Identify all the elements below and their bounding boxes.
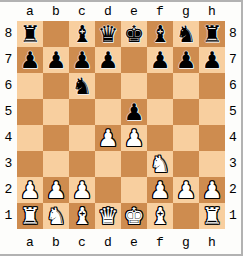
file-label-c-top: c <box>69 5 95 18</box>
piece-white-pawn[interactable]: ♟ <box>95 125 121 151</box>
piece-black-pawn[interactable]: ♟ <box>43 47 69 73</box>
square-a8[interactable]: ♜ <box>17 21 43 47</box>
square-h3[interactable] <box>199 151 225 177</box>
square-c1[interactable]: ♝ <box>69 203 95 229</box>
square-h4[interactable] <box>199 125 225 151</box>
rank-label-4-left: 4 <box>0 125 17 151</box>
file-label-e-top: e <box>121 5 147 18</box>
rank-label-6-left: 6 <box>0 73 17 99</box>
square-h2[interactable]: ♟ <box>199 177 225 203</box>
file-label-e-bottom: e <box>121 236 147 249</box>
square-e1[interactable]: ♚ <box>121 203 147 229</box>
square-e8[interactable]: ♚ <box>121 21 147 47</box>
file-label-g-top: g <box>173 5 199 18</box>
piece-white-pawn[interactable]: ♟ <box>43 177 69 203</box>
piece-black-rook[interactable]: ♜ <box>199 21 225 47</box>
square-b7[interactable]: ♟ <box>43 47 69 73</box>
square-a5[interactable] <box>17 99 43 125</box>
square-g3[interactable] <box>173 151 199 177</box>
square-c8[interactable]: ♝ <box>69 21 95 47</box>
piece-black-pawn[interactable]: ♟ <box>17 47 43 73</box>
piece-black-bishop[interactable]: ♝ <box>69 21 95 47</box>
corner-spacer <box>0 229 17 254</box>
piece-white-queen[interactable]: ♛ <box>95 203 121 229</box>
square-f3[interactable]: ♞ <box>147 151 173 177</box>
square-b8[interactable] <box>43 21 69 47</box>
square-g8[interactable]: ♞ <box>173 21 199 47</box>
square-d5[interactable] <box>95 99 121 125</box>
corner-spacer <box>225 2 241 21</box>
corner-spacer <box>225 229 241 254</box>
square-a6[interactable] <box>17 73 43 99</box>
corner-spacer <box>0 2 17 21</box>
rank-label-6-right: 6 <box>225 73 241 99</box>
square-e5[interactable]: ♟ <box>121 99 147 125</box>
square-b5[interactable] <box>43 99 69 125</box>
piece-white-knight[interactable]: ♞ <box>43 203 69 229</box>
piece-black-queen[interactable]: ♛ <box>95 21 121 47</box>
piece-white-bishop[interactable]: ♝ <box>69 203 95 229</box>
square-d6[interactable] <box>95 73 121 99</box>
square-h7[interactable]: ♟ <box>199 47 225 73</box>
rank-label-4-right: 4 <box>225 125 241 151</box>
square-b2[interactable]: ♟ <box>43 177 69 203</box>
file-labels-top: abcdefgh <box>17 2 225 21</box>
piece-white-king[interactable]: ♚ <box>121 203 147 229</box>
square-d8[interactable]: ♛ <box>95 21 121 47</box>
rank-label-8-left: 8 <box>0 21 17 47</box>
square-c5[interactable] <box>69 99 95 125</box>
file-labels-bottom-row: abcdefgh <box>0 229 241 254</box>
rank-label-7-left: 7 <box>0 47 17 73</box>
square-h6[interactable] <box>199 73 225 99</box>
square-f7[interactable]: ♟ <box>147 47 173 73</box>
piece-black-pawn[interactable]: ♟ <box>69 47 95 73</box>
piece-black-pawn[interactable]: ♟ <box>173 47 199 73</box>
rank-label-2-right: 2 <box>225 177 241 203</box>
file-label-a-bottom: a <box>17 236 43 249</box>
square-b1[interactable]: ♞ <box>43 203 69 229</box>
square-f1[interactable]: ♝ <box>147 203 173 229</box>
square-g4[interactable] <box>173 125 199 151</box>
file-label-h-bottom: h <box>199 236 225 249</box>
square-g1[interactable] <box>173 203 199 229</box>
rank-label-8-right: 8 <box>225 21 241 47</box>
file-labels-bottom: abcdefgh <box>17 229 225 254</box>
chess-diagram: abcdefgh 87654321 ♜♝♛♚♝♞♜♟♟♟♟♟♟♟♞♟♟♟♞♟♟♟… <box>0 0 243 256</box>
piece-white-rook[interactable]: ♜ <box>199 203 225 229</box>
rank-label-2-left: 2 <box>0 177 17 203</box>
square-d4[interactable]: ♟ <box>95 125 121 151</box>
rank-label-3-right: 3 <box>225 151 241 177</box>
piece-black-knight[interactable]: ♞ <box>69 73 95 99</box>
square-f8[interactable]: ♝ <box>147 21 173 47</box>
rank-label-1-right: 1 <box>225 203 241 229</box>
rank-labels-left: 87654321 <box>0 21 17 229</box>
square-e7[interactable] <box>121 47 147 73</box>
piece-white-pawn[interactable]: ♟ <box>199 177 225 203</box>
file-label-a-top: a <box>17 5 43 18</box>
square-d7[interactable]: ♟ <box>95 47 121 73</box>
square-b6[interactable] <box>43 73 69 99</box>
square-g2[interactable]: ♟ <box>173 177 199 203</box>
piece-white-knight[interactable]: ♞ <box>147 151 173 177</box>
square-c4[interactable] <box>69 125 95 151</box>
square-e6[interactable] <box>121 73 147 99</box>
square-a7[interactable]: ♟ <box>17 47 43 73</box>
square-a1[interactable]: ♜ <box>17 203 43 229</box>
square-c6[interactable]: ♞ <box>69 73 95 99</box>
file-label-f-bottom: f <box>147 236 173 249</box>
square-g6[interactable] <box>173 73 199 99</box>
piece-white-rook[interactable]: ♜ <box>17 203 43 229</box>
square-d1[interactable]: ♛ <box>95 203 121 229</box>
piece-black-bishop[interactable]: ♝ <box>147 21 173 47</box>
piece-white-pawn[interactable]: ♟ <box>17 177 43 203</box>
file-labels-top-row: abcdefgh <box>0 2 241 21</box>
rank-label-5-right: 5 <box>225 99 241 125</box>
piece-white-pawn[interactable]: ♟ <box>121 125 147 151</box>
piece-white-pawn[interactable]: ♟ <box>69 177 95 203</box>
file-label-b-bottom: b <box>43 236 69 249</box>
square-g5[interactable] <box>173 99 199 125</box>
piece-black-pawn[interactable]: ♟ <box>121 99 147 125</box>
square-h8[interactable]: ♜ <box>199 21 225 47</box>
square-c2[interactable]: ♟ <box>69 177 95 203</box>
square-a4[interactable] <box>17 125 43 151</box>
rank-labels-right: 87654321 <box>225 21 241 229</box>
rank-label-5-left: 5 <box>0 99 17 125</box>
piece-black-knight[interactable]: ♞ <box>173 21 199 47</box>
file-label-c-bottom: c <box>69 236 95 249</box>
square-d2[interactable] <box>95 177 121 203</box>
piece-black-king[interactable]: ♚ <box>121 21 147 47</box>
square-b4[interactable] <box>43 125 69 151</box>
square-b3[interactable] <box>43 151 69 177</box>
square-a2[interactable]: ♟ <box>17 177 43 203</box>
piece-white-pawn[interactable]: ♟ <box>173 177 199 203</box>
rank-label-1-left: 1 <box>0 203 17 229</box>
square-c7[interactable]: ♟ <box>69 47 95 73</box>
piece-white-pawn[interactable]: ♟ <box>147 177 173 203</box>
piece-black-rook[interactable]: ♜ <box>17 21 43 47</box>
square-h5[interactable] <box>199 99 225 125</box>
piece-black-pawn[interactable]: ♟ <box>199 47 225 73</box>
square-f4[interactable] <box>147 125 173 151</box>
square-h1[interactable]: ♜ <box>199 203 225 229</box>
square-e4[interactable]: ♟ <box>121 125 147 151</box>
chess-board: ♜♝♛♚♝♞♜♟♟♟♟♟♟♟♞♟♟♟♞♟♟♟♟♟♟♜♞♝♛♚♝♜ <box>17 21 225 229</box>
file-label-f-top: f <box>147 5 173 18</box>
square-f2[interactable]: ♟ <box>147 177 173 203</box>
piece-black-pawn[interactable]: ♟ <box>147 47 173 73</box>
rank-label-3-left: 3 <box>0 151 17 177</box>
file-label-b-top: b <box>43 5 69 18</box>
square-f6[interactable] <box>147 73 173 99</box>
square-a3[interactable] <box>17 151 43 177</box>
square-f5[interactable] <box>147 99 173 125</box>
file-label-h-top: h <box>199 5 225 18</box>
file-label-d-top: d <box>95 5 121 18</box>
file-label-d-bottom: d <box>95 236 121 249</box>
square-e2[interactable] <box>121 177 147 203</box>
square-c3[interactable] <box>69 151 95 177</box>
piece-black-pawn[interactable]: ♟ <box>95 47 121 73</box>
file-label-g-bottom: g <box>173 236 199 249</box>
square-d3[interactable] <box>95 151 121 177</box>
square-e3[interactable] <box>121 151 147 177</box>
square-g7[interactable]: ♟ <box>173 47 199 73</box>
piece-white-bishop[interactable]: ♝ <box>147 203 173 229</box>
rank-label-7-right: 7 <box>225 47 241 73</box>
